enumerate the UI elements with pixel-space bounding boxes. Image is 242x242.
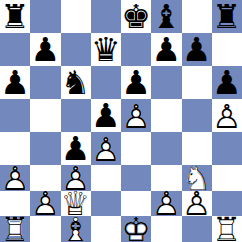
chess-board: ♜♚♝♜♟♛♟♟♟♞♟♟♟♟♙♟♙♟♟♙♟♙♟♙♞♘♟♙♛♕♟♙♟♙♜♖♝♗♚♔… — [0, 0, 242, 242]
square-g7[interactable]: ♟ — [182, 33, 212, 66]
black-queen[interactable]: ♛ — [91, 33, 121, 66]
white-pawn[interactable]: ♟♙ — [212, 99, 242, 132]
square-h5[interactable]: ♟♙ — [212, 99, 242, 132]
square-d4[interactable]: ♟♙ — [91, 132, 121, 165]
square-f1[interactable] — [151, 216, 181, 242]
white-rook-outline: ♖ — [212, 213, 242, 242]
white-pawn-outline: ♙ — [152, 187, 182, 220]
square-f2[interactable]: ♟♙ — [151, 191, 181, 217]
square-d5[interactable]: ♟ — [91, 99, 121, 132]
square-h6[interactable]: ♟ — [212, 66, 242, 99]
square-a1[interactable]: ♜♖ — [0, 216, 30, 242]
square-g6[interactable] — [182, 66, 212, 99]
square-a6[interactable]: ♟ — [0, 66, 30, 99]
square-h3[interactable] — [212, 165, 242, 191]
black-rook[interactable]: ♜ — [0, 0, 30, 33]
white-pawn[interactable]: ♟♙ — [182, 191, 212, 217]
white-pawn[interactable]: ♟♙ — [91, 132, 121, 165]
square-b7[interactable]: ♟ — [30, 33, 60, 66]
black-rook[interactable]: ♜ — [212, 0, 242, 33]
square-d2[interactable] — [91, 191, 121, 217]
square-d7[interactable]: ♛ — [91, 33, 121, 66]
square-b8[interactable] — [30, 0, 60, 33]
square-h4[interactable] — [212, 132, 242, 165]
white-pawn-outline: ♙ — [0, 161, 30, 194]
black-pawn[interactable]: ♟ — [182, 33, 212, 66]
square-d1[interactable] — [91, 216, 121, 242]
square-e1[interactable]: ♚♔ — [121, 216, 151, 242]
black-pawn[interactable]: ♟ — [121, 66, 151, 99]
square-d6[interactable] — [91, 66, 121, 99]
square-e3[interactable] — [121, 165, 151, 191]
square-c8[interactable] — [61, 0, 91, 33]
black-pawn[interactable]: ♟ — [151, 33, 181, 66]
white-bishop[interactable]: ♝♗ — [61, 216, 91, 242]
square-c5[interactable] — [61, 99, 91, 132]
square-e4[interactable] — [121, 132, 151, 165]
square-b5[interactable] — [30, 99, 60, 132]
white-rook-outline: ♖ — [0, 213, 30, 242]
black-king[interactable]: ♚ — [121, 0, 151, 33]
black-knight[interactable]: ♞ — [61, 66, 91, 99]
square-d8[interactable] — [91, 0, 121, 33]
square-h8[interactable]: ♜ — [212, 0, 242, 33]
black-pawn[interactable]: ♟ — [91, 99, 121, 132]
square-b6[interactable] — [30, 66, 60, 99]
square-f8[interactable]: ♝ — [151, 0, 181, 33]
square-f6[interactable] — [151, 66, 181, 99]
white-pawn-outline: ♙ — [91, 132, 121, 165]
square-a7[interactable] — [0, 33, 30, 66]
square-g1[interactable] — [182, 216, 212, 242]
square-e5[interactable]: ♟♙ — [121, 99, 151, 132]
square-b1[interactable] — [30, 216, 60, 242]
square-e8[interactable]: ♚ — [121, 0, 151, 33]
black-pawn[interactable]: ♟ — [30, 33, 60, 66]
white-bishop-outline: ♗ — [61, 213, 91, 242]
square-f5[interactable] — [151, 99, 181, 132]
square-f7[interactable]: ♟ — [151, 33, 181, 66]
square-h7[interactable] — [212, 33, 242, 66]
square-e7[interactable] — [121, 33, 151, 66]
square-g2[interactable]: ♟♙ — [182, 191, 212, 217]
square-g5[interactable] — [182, 99, 212, 132]
white-pawn[interactable]: ♟♙ — [121, 99, 151, 132]
square-b4[interactable] — [30, 132, 60, 165]
white-pawn[interactable]: ♟♙ — [30, 191, 60, 217]
black-pawn[interactable]: ♟ — [212, 66, 242, 99]
white-rook[interactable]: ♜♖ — [0, 216, 30, 242]
square-a5[interactable] — [0, 99, 30, 132]
square-a3[interactable]: ♟♙ — [0, 165, 30, 191]
square-c6[interactable]: ♞ — [61, 66, 91, 99]
square-f4[interactable] — [151, 132, 181, 165]
square-c1[interactable]: ♝♗ — [61, 216, 91, 242]
white-pawn[interactable]: ♟♙ — [0, 165, 30, 191]
black-bishop[interactable]: ♝ — [151, 0, 181, 33]
white-king-outline: ♔ — [121, 213, 151, 242]
black-pawn[interactable]: ♟ — [0, 66, 30, 99]
square-g8[interactable] — [182, 0, 212, 33]
white-pawn[interactable]: ♟♙ — [151, 191, 181, 217]
square-a8[interactable]: ♜ — [0, 0, 30, 33]
white-rook[interactable]: ♜♖ — [212, 216, 242, 242]
white-king[interactable]: ♚♔ — [121, 216, 151, 242]
white-pawn-outline: ♙ — [212, 99, 242, 132]
square-b2[interactable]: ♟♙ — [30, 191, 60, 217]
white-pawn-outline: ♙ — [121, 99, 151, 132]
square-c7[interactable] — [61, 33, 91, 66]
square-e6[interactable]: ♟ — [121, 66, 151, 99]
square-h1[interactable]: ♜♖ — [212, 216, 242, 242]
square-d3[interactable] — [91, 165, 121, 191]
white-pawn-outline: ♙ — [182, 187, 212, 220]
white-pawn-outline: ♙ — [31, 187, 61, 220]
